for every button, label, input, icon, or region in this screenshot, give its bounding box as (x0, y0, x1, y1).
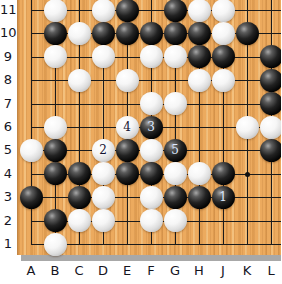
stone-black-J4 (212, 162, 235, 185)
stone-black-H10 (188, 22, 211, 45)
stone-black-E10 (116, 22, 139, 45)
stone-white-E8 (116, 69, 139, 92)
row-label-8: 8 (0, 72, 16, 88)
stone-black-B2 (44, 209, 67, 232)
stone-white-F9 (140, 45, 163, 68)
stone-black-C3 (68, 186, 91, 209)
stone-white-D11 (92, 0, 115, 22)
stone-black-K10 (236, 22, 259, 45)
stone-white-K6 (236, 116, 259, 139)
stone-white-H8 (188, 69, 211, 92)
stone-white-G9 (164, 45, 187, 68)
stone-black-B5 (44, 139, 67, 162)
col-label-E: E (119, 263, 135, 279)
stone-black-F10 (140, 22, 163, 45)
col-label-K: K (239, 263, 255, 279)
grid-hline-1 (31, 244, 281, 245)
board-shadow (21, 255, 281, 261)
stone-black-G11 (164, 0, 187, 22)
col-label-D: D (95, 263, 111, 279)
row-label-6: 6 (0, 119, 16, 135)
stone-black-L9 (260, 45, 282, 68)
col-label-H: H (191, 263, 207, 279)
stone-white-C2 (68, 209, 91, 232)
col-label-F: F (143, 263, 159, 279)
row-label-2: 2 (0, 213, 16, 229)
stone-white-F3 (140, 186, 163, 209)
stone-move-5-G5: 5 (164, 139, 187, 162)
stone-black-D10 (92, 22, 115, 45)
stone-black-C4 (68, 162, 91, 185)
col-label-A: A (23, 263, 39, 279)
stone-black-G3 (164, 186, 187, 209)
stone-black-L7 (260, 92, 282, 115)
stone-white-D3 (92, 186, 115, 209)
stone-white-J10 (212, 22, 235, 45)
stone-black-E11 (116, 0, 139, 22)
stone-move-1-J3: 1 (212, 186, 235, 209)
stone-white-B9 (44, 45, 67, 68)
go-board-diagram: 43251 1110987654321ABCDEFGHJKL (0, 0, 281, 284)
row-label-1: 1 (0, 236, 16, 252)
row-label-9: 9 (0, 49, 16, 65)
stone-black-H9 (188, 45, 211, 68)
star-point-K4 (245, 172, 250, 177)
row-label-11: 11 (0, 2, 16, 18)
stone-move-3-F6: 3 (140, 116, 163, 139)
stone-white-B11 (44, 0, 67, 22)
stone-white-G4 (164, 162, 187, 185)
col-label-C: C (71, 263, 87, 279)
row-label-4: 4 (0, 166, 16, 182)
stone-black-B4 (44, 162, 67, 185)
stone-white-D9 (92, 45, 115, 68)
stone-white-D2 (92, 209, 115, 232)
stone-black-L5 (260, 139, 282, 162)
stone-white-D4 (92, 162, 115, 185)
stone-white-G2 (164, 209, 187, 232)
col-label-B: B (47, 263, 63, 279)
row-label-5: 5 (0, 142, 16, 158)
stone-white-B6 (44, 116, 67, 139)
col-label-G: G (167, 263, 183, 279)
stone-black-H3 (188, 186, 211, 209)
row-label-10: 10 (0, 25, 16, 41)
stone-black-L8 (260, 69, 282, 92)
row-label-3: 3 (0, 189, 16, 205)
row-label-7: 7 (0, 96, 16, 112)
stone-white-C8 (68, 69, 91, 92)
stone-white-F7 (140, 92, 163, 115)
stone-move-2-D5: 2 (92, 139, 115, 162)
stone-black-F4 (140, 162, 163, 185)
stone-black-E4 (116, 162, 139, 185)
stone-white-F5 (140, 139, 163, 162)
stone-white-B1 (44, 233, 67, 256)
stone-black-A3 (20, 186, 43, 209)
col-label-L: L (263, 263, 279, 279)
stone-white-F2 (140, 209, 163, 232)
stone-white-L6 (260, 116, 282, 139)
grid-hline-11 (31, 10, 281, 11)
stone-black-B10 (44, 22, 67, 45)
stone-black-J9 (212, 45, 235, 68)
stone-black-E5 (116, 139, 139, 162)
stone-white-H4 (188, 162, 211, 185)
stone-white-J8 (212, 69, 235, 92)
stone-white-A5 (20, 139, 43, 162)
stone-move-4-E6: 4 (116, 116, 139, 139)
stone-white-H11 (188, 0, 211, 22)
col-label-J: J (215, 263, 231, 279)
stone-black-G10 (164, 22, 187, 45)
stone-white-C10 (68, 22, 91, 45)
stone-white-J11 (212, 0, 235, 22)
stone-white-G7 (164, 92, 187, 115)
